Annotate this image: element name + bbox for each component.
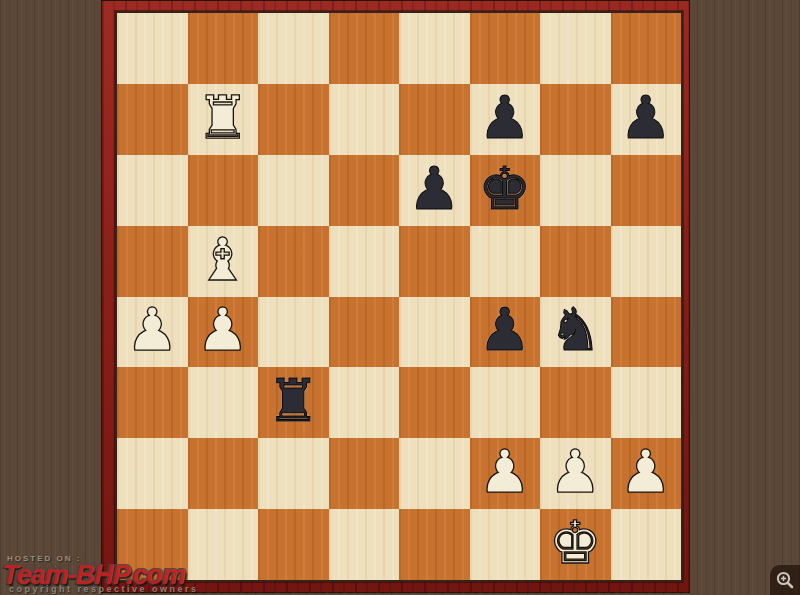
square-a4: ♟ (117, 297, 188, 368)
square-h6 (611, 155, 682, 226)
piece-white-bishop: ♝ (196, 230, 249, 289)
square-d5 (329, 226, 400, 297)
square-b1 (188, 509, 259, 580)
square-h8 (611, 13, 682, 84)
piece-black-rook: ♜ (267, 371, 320, 430)
piece-black-knight: ♞ (549, 300, 602, 359)
square-b6 (188, 155, 259, 226)
square-e5 (399, 226, 470, 297)
square-f5 (470, 226, 541, 297)
square-f4: ♟ (470, 297, 541, 368)
square-a3 (117, 367, 188, 438)
square-e3 (399, 367, 470, 438)
square-b4: ♟ (188, 297, 259, 368)
square-d7 (329, 84, 400, 155)
square-d1 (329, 509, 400, 580)
square-g8 (540, 13, 611, 84)
square-b3 (188, 367, 259, 438)
piece-black-pawn: ♟ (478, 88, 531, 147)
magnifier-plus-icon (776, 571, 795, 590)
square-c2 (258, 438, 329, 509)
piece-black-king: ♚ (478, 159, 531, 218)
square-g3 (540, 367, 611, 438)
page: { "game": "chess", "position": { "fen": … (0, 0, 800, 595)
square-c7 (258, 84, 329, 155)
square-e8 (399, 13, 470, 84)
square-h1 (611, 509, 682, 580)
piece-white-pawn: ♟ (619, 442, 672, 501)
square-a2 (117, 438, 188, 509)
square-c1 (258, 509, 329, 580)
square-g1: ♚ (540, 509, 611, 580)
zoom-button[interactable] (770, 565, 800, 595)
square-h5 (611, 226, 682, 297)
square-a8 (117, 13, 188, 84)
square-b7: ♜ (188, 84, 259, 155)
square-e7 (399, 84, 470, 155)
square-e4 (399, 297, 470, 368)
square-a1 (117, 509, 188, 580)
square-c6 (258, 155, 329, 226)
square-b8 (188, 13, 259, 84)
square-e6: ♟ (399, 155, 470, 226)
chess-board: ♜♟♟♟♚♝♟♟♟♞♜♟♟♟♚ (117, 13, 681, 580)
square-g2: ♟ (540, 438, 611, 509)
square-h3 (611, 367, 682, 438)
square-c4 (258, 297, 329, 368)
square-f3 (470, 367, 541, 438)
piece-white-pawn: ♟ (549, 442, 602, 501)
square-h7: ♟ (611, 84, 682, 155)
square-h4 (611, 297, 682, 368)
square-e2 (399, 438, 470, 509)
piece-white-king: ♚ (549, 513, 602, 572)
square-d2 (329, 438, 400, 509)
square-c3: ♜ (258, 367, 329, 438)
piece-white-pawn: ♟ (126, 300, 179, 359)
square-a6 (117, 155, 188, 226)
square-d6 (329, 155, 400, 226)
square-d8 (329, 13, 400, 84)
square-d4 (329, 297, 400, 368)
chess-board-frame: ♜♟♟♟♚♝♟♟♟♞♜♟♟♟♚ (101, 0, 690, 593)
square-b5: ♝ (188, 226, 259, 297)
piece-white-rook: ♜ (196, 88, 249, 147)
square-c8 (258, 13, 329, 84)
square-g7 (540, 84, 611, 155)
square-g6 (540, 155, 611, 226)
piece-white-pawn: ♟ (478, 442, 531, 501)
square-f2: ♟ (470, 438, 541, 509)
square-b2 (188, 438, 259, 509)
piece-black-pawn: ♟ (619, 88, 672, 147)
square-a7 (117, 84, 188, 155)
square-f7: ♟ (470, 84, 541, 155)
square-d3 (329, 367, 400, 438)
square-g5 (540, 226, 611, 297)
square-e1 (399, 509, 470, 580)
square-f8 (470, 13, 541, 84)
square-a5 (117, 226, 188, 297)
piece-black-pawn: ♟ (478, 300, 531, 359)
square-g4: ♞ (540, 297, 611, 368)
piece-white-pawn: ♟ (196, 300, 249, 359)
square-f6: ♚ (470, 155, 541, 226)
watermark-hosted-on-label: HOSTED ON : (7, 554, 81, 563)
square-c5 (258, 226, 329, 297)
square-f1 (470, 509, 541, 580)
square-h2: ♟ (611, 438, 682, 509)
piece-black-pawn: ♟ (408, 159, 461, 218)
